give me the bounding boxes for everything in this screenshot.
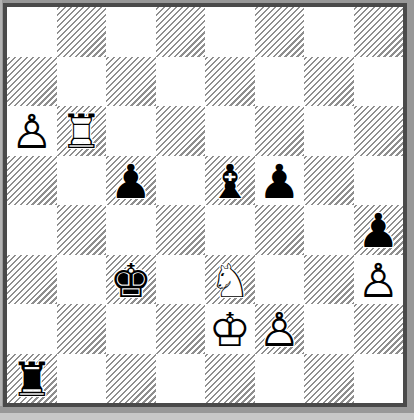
square-f3[interactable]	[255, 255, 305, 305]
piece-fill-underlay: ♟	[255, 304, 305, 354]
square-g6[interactable]	[304, 106, 354, 156]
square-h3[interactable]: ♟♙	[354, 255, 404, 305]
piece-bP-c5: ♟	[106, 156, 156, 206]
square-g1[interactable]	[304, 354, 354, 404]
square-b3[interactable]	[57, 255, 107, 305]
square-c2[interactable]	[106, 304, 156, 354]
piece-fill-underlay: ♞	[205, 255, 255, 305]
square-h2[interactable]	[354, 304, 404, 354]
square-c3[interactable]: ♚	[106, 255, 156, 305]
square-a3[interactable]	[7, 255, 57, 305]
square-d3[interactable]	[156, 255, 206, 305]
square-g3[interactable]	[304, 255, 354, 305]
piece-wP-h3: ♙	[354, 255, 404, 305]
square-c5[interactable]: ♟	[106, 156, 156, 206]
square-h4[interactable]: ♟	[354, 205, 404, 255]
piece-wK-e2: ♔	[205, 304, 255, 354]
square-d5[interactable]	[156, 156, 206, 206]
square-d4[interactable]	[156, 205, 206, 255]
square-g5[interactable]	[304, 156, 354, 206]
square-g2[interactable]	[304, 304, 354, 354]
square-d8[interactable]	[156, 7, 206, 57]
square-a1[interactable]: ♜	[7, 354, 57, 404]
square-g8[interactable]	[304, 7, 354, 57]
square-e6[interactable]	[205, 106, 255, 156]
square-b7[interactable]	[57, 57, 107, 107]
square-h8[interactable]	[354, 7, 404, 57]
piece-fill-underlay: ♟	[7, 106, 57, 156]
square-c6[interactable]	[106, 106, 156, 156]
square-f8[interactable]	[255, 7, 305, 57]
square-c8[interactable]	[106, 7, 156, 57]
piece-fill-underlay: ♜	[57, 106, 107, 156]
left-edge-highlight	[0, 0, 2, 406]
square-h6[interactable]	[354, 106, 404, 156]
square-a8[interactable]	[7, 7, 57, 57]
chess-diagram: ♟♙♜♖♟♝♟♟♚♞♘♟♙♚♔♟♙♜	[0, 0, 414, 420]
square-h5[interactable]	[354, 156, 404, 206]
chess-board: ♟♙♜♖♟♝♟♟♚♞♘♟♙♚♔♟♙♜	[7, 7, 403, 403]
square-d1[interactable]	[156, 354, 206, 404]
square-f5[interactable]: ♟	[255, 156, 305, 206]
square-g4[interactable]	[304, 205, 354, 255]
square-h1[interactable]	[354, 354, 404, 404]
square-b6[interactable]: ♜♖	[57, 106, 107, 156]
square-f1[interactable]	[255, 354, 305, 404]
square-c7[interactable]	[106, 57, 156, 107]
square-e5[interactable]: ♝	[205, 156, 255, 206]
square-e4[interactable]	[205, 205, 255, 255]
square-a4[interactable]	[7, 205, 57, 255]
square-f4[interactable]	[255, 205, 305, 255]
piece-bP-h4: ♟	[354, 205, 404, 255]
piece-wP-f2: ♙	[255, 304, 305, 354]
piece-fill-underlay: ♟	[354, 255, 404, 305]
square-a2[interactable]	[7, 304, 57, 354]
square-b8[interactable]	[57, 7, 107, 57]
square-e1[interactable]	[205, 354, 255, 404]
square-e2[interactable]: ♚♔	[205, 304, 255, 354]
bottom-shadow-strip	[0, 413, 414, 420]
square-b1[interactable]	[57, 354, 107, 404]
piece-bB-e5: ♝	[205, 156, 255, 206]
piece-bP-f5: ♟	[255, 156, 305, 206]
square-f2[interactable]: ♟♙	[255, 304, 305, 354]
square-a5[interactable]	[7, 156, 57, 206]
square-c4[interactable]	[106, 205, 156, 255]
piece-fill-underlay: ♚	[205, 304, 255, 354]
square-h7[interactable]	[354, 57, 404, 107]
square-e3[interactable]: ♞♘	[205, 255, 255, 305]
square-e7[interactable]	[205, 57, 255, 107]
square-b4[interactable]	[57, 205, 107, 255]
square-f7[interactable]	[255, 57, 305, 107]
board-frame: ♟♙♜♖♟♝♟♟♚♞♘♟♙♚♔♟♙♜	[3, 3, 407, 407]
piece-bK-c3: ♚	[106, 255, 156, 305]
square-f6[interactable]	[255, 106, 305, 156]
square-d2[interactable]	[156, 304, 206, 354]
square-a6[interactable]: ♟♙	[7, 106, 57, 156]
square-c1[interactable]	[106, 354, 156, 404]
square-b5[interactable]	[57, 156, 107, 206]
square-d7[interactable]	[156, 57, 206, 107]
piece-wP-a6: ♙	[7, 106, 57, 156]
square-e8[interactable]	[205, 7, 255, 57]
square-b2[interactable]	[57, 304, 107, 354]
square-g7[interactable]	[304, 57, 354, 107]
piece-bR-a1: ♜	[7, 354, 57, 404]
square-a7[interactable]	[7, 57, 57, 107]
square-d6[interactable]	[156, 106, 206, 156]
piece-wR-b6: ♖	[57, 106, 107, 156]
piece-wN-e3: ♘	[205, 255, 255, 305]
